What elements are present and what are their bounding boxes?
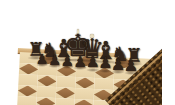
product-photo: ♜♞♝♚♛♝♞♜♟♟♟♟♟♟♟♟ bbox=[0, 0, 175, 105]
chess-piece-pawn: ♟ bbox=[123, 58, 139, 74]
king-finial bbox=[77, 29, 80, 34]
pieces-layer: ♜♞♝♚♛♝♞♜♟♟♟♟♟♟♟♟ bbox=[0, 0, 162, 105]
chess-set-photo: ♜♞♝♚♛♝♞♜♟♟♟♟♟♟♟♟ bbox=[0, 0, 162, 105]
